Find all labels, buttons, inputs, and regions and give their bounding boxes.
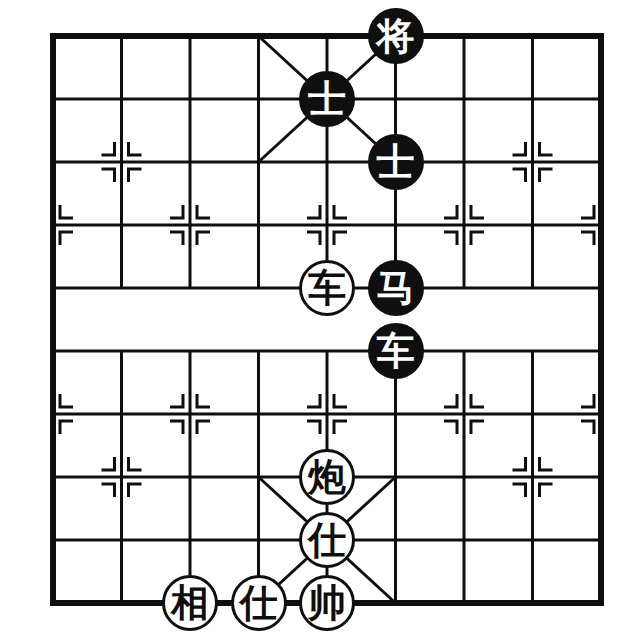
piece-black-chariot[interactable]: 车 xyxy=(368,323,424,379)
piece-red-advisor-2[interactable]: 仕 xyxy=(231,575,287,631)
piece-red-advisor-1[interactable]: 仕 xyxy=(299,512,355,568)
piece-red-chariot[interactable]: 车 xyxy=(299,260,355,316)
piece-black-general[interactable]: 将 xyxy=(368,8,424,64)
pieces-layer: 将士士车马车炮仕相仕帅 xyxy=(19,5,636,635)
piece-red-cannon[interactable]: 炮 xyxy=(299,449,355,505)
xiangqi-diagram: 将士士车马车炮仕相仕帅 xyxy=(0,0,640,640)
piece-red-general[interactable]: 帅 xyxy=(299,575,355,631)
piece-black-advisor-1[interactable]: 士 xyxy=(299,71,355,127)
piece-black-advisor-2[interactable]: 士 xyxy=(368,134,424,190)
piece-black-horse[interactable]: 马 xyxy=(368,260,424,316)
piece-red-elephant[interactable]: 相 xyxy=(162,575,218,631)
